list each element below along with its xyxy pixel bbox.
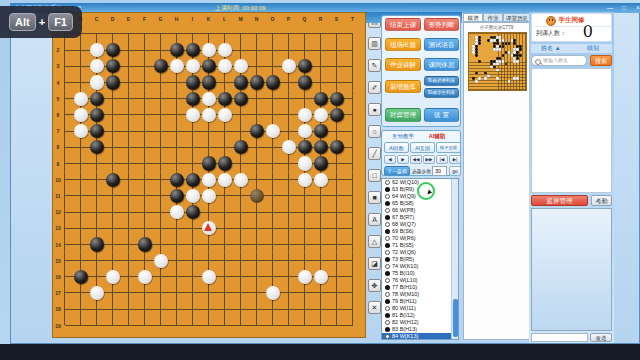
point-E15[interactable] (121, 253, 137, 269)
point-K17[interactable] (201, 285, 217, 301)
point-H11[interactable] (169, 188, 185, 204)
point-F4[interactable] (137, 74, 153, 90)
point-K10[interactable] (201, 172, 217, 188)
point-O11[interactable] (265, 188, 281, 204)
point-F14[interactable] (137, 236, 153, 252)
marker-icon[interactable]: ✐ (368, 81, 381, 94)
button-课间休息[interactable]: 课间休息 (424, 58, 459, 71)
point-I5[interactable] (185, 91, 201, 107)
point-S10[interactable] (329, 172, 345, 188)
tab-作业[interactable]: 作业 (483, 13, 503, 22)
point-N1[interactable] (249, 26, 265, 42)
move-item-65[interactable]: 65 B(S8) (382, 200, 458, 207)
point-H9[interactable] (169, 155, 185, 171)
point-K19[interactable] (201, 317, 217, 333)
open-folder-icon[interactable]: ▥ (368, 37, 381, 50)
point-S13[interactable] (329, 220, 345, 236)
tab-课堂历史[interactable]: 课堂历史 (503, 13, 531, 22)
point-H12[interactable] (169, 204, 185, 220)
point-H1[interactable] (169, 26, 185, 42)
point-P14[interactable] (281, 236, 297, 252)
button-测试语音[interactable]: 测试语音 (424, 38, 459, 51)
point-G14[interactable] (153, 236, 169, 252)
point-O19[interactable] (265, 317, 281, 333)
point-I3[interactable] (185, 58, 201, 74)
point-Q5[interactable] (297, 91, 313, 107)
point-E2[interactable] (121, 42, 137, 58)
point-B12[interactable] (73, 204, 89, 220)
point-H7[interactable] (169, 123, 185, 139)
move-item-83[interactable]: 83 B(H13) (382, 326, 458, 333)
point-Q3[interactable] (297, 58, 313, 74)
point-T7[interactable] (345, 123, 361, 139)
point-D17[interactable] (105, 285, 121, 301)
point-I15[interactable] (185, 253, 201, 269)
point-C15[interactable] (89, 253, 105, 269)
point-K12[interactable] (201, 204, 217, 220)
point-C18[interactable] (89, 301, 105, 317)
move-list[interactable]: 62 W(Q10)63 B(R9)64 W(Q9)65 B(S8)66 W(P8… (381, 178, 459, 340)
point-R8[interactable] (313, 139, 329, 155)
point-S11[interactable] (329, 188, 345, 204)
point-G16[interactable] (153, 269, 169, 285)
point-C3[interactable] (89, 58, 105, 74)
point-C6[interactable] (89, 107, 105, 123)
tab-棋谱[interactable]: 棋谱 (463, 13, 483, 22)
point-G19[interactable] (153, 317, 169, 333)
point-K5[interactable] (201, 91, 217, 107)
point-O7[interactable] (265, 123, 281, 139)
point-M1[interactable] (233, 26, 249, 42)
point-G7[interactable] (153, 123, 169, 139)
go-board[interactable]: ABCDEFGHIKLMNOPQRST 12345678910111213141… (52, 12, 366, 338)
point-P17[interactable] (281, 285, 297, 301)
point-S3[interactable] (329, 58, 345, 74)
point-K8[interactable] (201, 139, 217, 155)
point-O9[interactable] (265, 155, 281, 171)
point-S12[interactable] (329, 204, 345, 220)
filled-rect-icon[interactable]: ■ (368, 191, 381, 204)
button-现场出题[interactable]: 现场出题 (385, 38, 421, 51)
point-E5[interactable] (121, 91, 137, 107)
black-stone-icon[interactable]: ● (368, 103, 381, 116)
move-item-69[interactable]: 69 B(S6) (382, 228, 458, 235)
point-G9[interactable] (153, 155, 169, 171)
point-P11[interactable] (281, 188, 297, 204)
point-Q4[interactable] (297, 74, 313, 90)
point-R19[interactable] (313, 317, 329, 333)
point-A13[interactable] (57, 220, 73, 236)
point-H5[interactable] (169, 91, 185, 107)
point-O18[interactable] (265, 301, 281, 317)
line-icon[interactable]: ╱ (368, 147, 381, 160)
point-E17[interactable] (121, 285, 137, 301)
triangle-icon[interactable]: △ (368, 235, 381, 248)
point-L17[interactable] (217, 285, 233, 301)
point-C12[interactable] (89, 204, 105, 220)
point-K4[interactable] (201, 74, 217, 90)
point-D18[interactable] (105, 301, 121, 317)
point-E18[interactable] (121, 301, 137, 317)
nav-button-0[interactable]: ◀ (384, 155, 396, 164)
point-R18[interactable] (313, 301, 329, 317)
move-item-84[interactable]: 84 W(K13) (382, 333, 458, 340)
point-N18[interactable] (249, 301, 265, 317)
point-R6[interactable] (313, 107, 329, 123)
move-item-73[interactable]: 73 B(R5) (382, 256, 458, 263)
point-N6[interactable] (249, 107, 265, 123)
attendance-button[interactable]: 考勤 (591, 195, 612, 206)
point-I10[interactable] (185, 172, 201, 188)
point-F12[interactable] (137, 204, 153, 220)
point-D16[interactable] (105, 269, 121, 285)
point-P8[interactable] (281, 139, 297, 155)
screen-monitor-button[interactable]: 监屏管理 (531, 195, 588, 206)
point-A10[interactable] (57, 172, 73, 188)
point-G8[interactable] (153, 139, 169, 155)
point-K3[interactable] (201, 58, 217, 74)
point-F6[interactable] (137, 107, 153, 123)
point-H10[interactable] (169, 172, 185, 188)
point-T2[interactable] (345, 42, 361, 58)
point-M8[interactable] (233, 139, 249, 155)
point-E6[interactable] (121, 107, 137, 123)
point-M15[interactable] (233, 253, 249, 269)
point-E3[interactable] (121, 58, 137, 74)
move-item-76[interactable]: 76 W(L10) (382, 277, 458, 284)
point-T18[interactable] (345, 301, 361, 317)
point-H14[interactable] (169, 236, 185, 252)
point-T3[interactable] (345, 58, 361, 74)
point-B11[interactable] (73, 188, 89, 204)
nav-button-3[interactable]: ▶▶ (423, 155, 435, 164)
point-C4[interactable] (89, 74, 105, 90)
point-S9[interactable] (329, 155, 345, 171)
move-item-67[interactable]: 67 B(R7) (382, 214, 458, 221)
point-E14[interactable] (121, 236, 137, 252)
point-B10[interactable] (73, 172, 89, 188)
point-F19[interactable] (137, 317, 153, 333)
go-button[interactable]: go (449, 166, 461, 176)
point-F10[interactable] (137, 172, 153, 188)
point-D14[interactable] (105, 236, 121, 252)
point-E4[interactable] (121, 74, 137, 90)
point-B19[interactable] (73, 317, 89, 333)
move-item-82[interactable]: 82 W(H12) (382, 319, 458, 326)
point-L12[interactable] (217, 204, 233, 220)
point-O12[interactable] (265, 204, 281, 220)
point-L16[interactable] (217, 269, 233, 285)
point-G1[interactable] (153, 26, 169, 42)
point-N13[interactable] (249, 220, 265, 236)
point-T10[interactable] (345, 172, 361, 188)
button-AI目数[interactable]: AI目数 (384, 142, 409, 153)
point-H16[interactable] (169, 269, 185, 285)
point-A5[interactable] (57, 91, 73, 107)
point-K7[interactable] (201, 123, 217, 139)
point-N2[interactable] (249, 42, 265, 58)
point-A14[interactable] (57, 236, 73, 252)
point-K1[interactable] (201, 26, 217, 42)
point-I14[interactable] (185, 236, 201, 252)
point-B18[interactable] (73, 301, 89, 317)
move-item-74[interactable]: 74 W(K10) (382, 263, 458, 270)
point-T8[interactable] (345, 139, 361, 155)
move-item-70[interactable]: 70 W(R6) (382, 235, 458, 242)
point-K14[interactable] (201, 236, 217, 252)
point-E13[interactable] (121, 220, 137, 236)
point-N3[interactable] (249, 58, 265, 74)
move-item-71[interactable]: 71 B(S5) (382, 242, 458, 249)
point-T9[interactable] (345, 155, 361, 171)
point-R1[interactable] (313, 26, 329, 42)
button-对弈管理[interactable]: 对弈管理 (385, 108, 421, 122)
point-F1[interactable] (137, 26, 153, 42)
point-R2[interactable] (313, 42, 329, 58)
point-G6[interactable] (153, 107, 169, 123)
point-N12[interactable] (249, 204, 265, 220)
point-T11[interactable] (345, 188, 361, 204)
point-G12[interactable] (153, 204, 169, 220)
point-B8[interactable] (73, 139, 89, 155)
point-G4[interactable] (153, 74, 169, 90)
point-B9[interactable] (73, 155, 89, 171)
point-S17[interactable] (329, 285, 345, 301)
point-D15[interactable] (105, 253, 121, 269)
point-L5[interactable] (217, 91, 233, 107)
point-P5[interactable] (281, 91, 297, 107)
point-F17[interactable] (137, 285, 153, 301)
point-F15[interactable] (137, 253, 153, 269)
point-D11[interactable] (105, 188, 121, 204)
point-F8[interactable] (137, 139, 153, 155)
point-R3[interactable] (313, 58, 329, 74)
point-E7[interactable] (121, 123, 137, 139)
point-T12[interactable] (345, 204, 361, 220)
point-I16[interactable] (185, 269, 201, 285)
point-E10[interactable] (121, 172, 137, 188)
board-grid[interactable] (57, 26, 361, 334)
point-G5[interactable] (153, 91, 169, 107)
point-L2[interactable] (217, 42, 233, 58)
point-C8[interactable] (89, 139, 105, 155)
point-K13[interactable] (201, 220, 217, 236)
point-T16[interactable] (345, 269, 361, 285)
point-Q17[interactable] (297, 285, 313, 301)
point-N11[interactable] (249, 188, 265, 204)
point-H2[interactable] (169, 42, 185, 58)
point-A2[interactable] (57, 42, 73, 58)
move-item-68[interactable]: 68 W(Q7) (382, 221, 458, 228)
point-A4[interactable] (57, 74, 73, 90)
point-R7[interactable] (313, 123, 329, 139)
point-R15[interactable] (313, 253, 329, 269)
point-B5[interactable] (73, 91, 89, 107)
point-D3[interactable] (105, 58, 121, 74)
point-F2[interactable] (137, 42, 153, 58)
nav-button-4[interactable]: |◀ (436, 155, 448, 164)
point-O4[interactable] (265, 74, 281, 90)
point-C2[interactable] (89, 42, 105, 58)
point-C14[interactable] (89, 236, 105, 252)
point-I9[interactable] (185, 155, 201, 171)
button-AI支招[interactable]: AI支招 (410, 142, 435, 153)
next-game-button[interactable]: 下一盘棋 (384, 166, 410, 176)
point-E16[interactable] (121, 269, 137, 285)
eraser-icon[interactable]: ◪ (368, 257, 381, 270)
point-L4[interactable] (217, 74, 233, 90)
point-H3[interactable] (169, 58, 185, 74)
point-T19[interactable] (345, 317, 361, 333)
tab-互动教学[interactable]: 互动教学 (386, 132, 420, 141)
point-T13[interactable] (345, 220, 361, 236)
point-F18[interactable] (137, 301, 153, 317)
point-S2[interactable] (329, 42, 345, 58)
point-D12[interactable] (105, 204, 121, 220)
point-Q7[interactable] (297, 123, 313, 139)
point-C17[interactable] (89, 285, 105, 301)
point-L13[interactable] (217, 220, 233, 236)
point-N8[interactable] (249, 139, 265, 155)
point-D10[interactable] (105, 172, 121, 188)
point-L14[interactable] (217, 236, 233, 252)
point-B4[interactable] (73, 74, 89, 90)
move-list-scrollbar[interactable] (451, 179, 458, 339)
point-K6[interactable] (201, 107, 217, 123)
point-M5[interactable] (233, 91, 249, 107)
student-search-input[interactable]: 请输入姓名 (531, 55, 587, 66)
tab-AI辅助[interactable]: AI辅助 (424, 132, 450, 141)
point-Q8[interactable] (297, 139, 313, 155)
point-L1[interactable] (217, 26, 233, 42)
nav-button-5[interactable]: ▶| (449, 155, 461, 164)
point-D6[interactable] (105, 107, 121, 123)
point-Q10[interactable] (297, 172, 313, 188)
point-P10[interactable] (281, 172, 297, 188)
point-F3[interactable] (137, 58, 153, 74)
send-button[interactable]: 发送 (590, 333, 612, 342)
point-C1[interactable] (89, 26, 105, 42)
point-O8[interactable] (265, 139, 281, 155)
point-M4[interactable] (233, 74, 249, 90)
point-R13[interactable] (313, 220, 329, 236)
letter-icon[interactable]: A (368, 213, 381, 226)
point-L9[interactable] (217, 155, 233, 171)
white-stone-icon[interactable]: ○ (368, 125, 381, 138)
move-item-75[interactable]: 75 B(I10) (382, 270, 458, 277)
point-S8[interactable] (329, 139, 345, 155)
clear-icon[interactable]: ✕ (368, 301, 381, 314)
point-E12[interactable] (121, 204, 137, 220)
point-M14[interactable] (233, 236, 249, 252)
point-L11[interactable] (217, 188, 233, 204)
point-N19[interactable] (249, 317, 265, 333)
point-A18[interactable] (57, 301, 73, 317)
point-N4[interactable] (249, 74, 265, 90)
rect-icon[interactable]: □ (368, 169, 381, 182)
student-search-button[interactable]: 搜索 (590, 55, 612, 66)
point-D8[interactable] (105, 139, 121, 155)
point-N14[interactable] (249, 236, 265, 252)
point-B3[interactable] (73, 58, 89, 74)
point-A3[interactable] (57, 58, 73, 74)
point-F13[interactable] (137, 220, 153, 236)
move-item-79[interactable]: 79 B(H11) (382, 298, 458, 305)
button-棋子去留[interactable]: 棋子去留 (436, 142, 461, 153)
point-P1[interactable] (281, 26, 297, 42)
point-O16[interactable] (265, 269, 281, 285)
point-Q6[interactable] (297, 107, 313, 123)
point-B14[interactable] (73, 236, 89, 252)
point-B2[interactable] (73, 42, 89, 58)
point-M7[interactable] (233, 123, 249, 139)
point-K11[interactable] (201, 188, 217, 204)
point-O13[interactable] (265, 220, 281, 236)
point-C9[interactable] (89, 155, 105, 171)
point-L15[interactable] (217, 253, 233, 269)
point-T4[interactable] (345, 74, 361, 90)
point-B15[interactable] (73, 253, 89, 269)
point-T5[interactable] (345, 91, 361, 107)
point-O14[interactable] (265, 236, 281, 252)
point-K2[interactable] (201, 42, 217, 58)
button-作业讲解[interactable]: 作业讲解 (385, 58, 421, 71)
point-M18[interactable] (233, 301, 249, 317)
point-S18[interactable] (329, 301, 345, 317)
point-C13[interactable] (89, 220, 105, 236)
point-P9[interactable] (281, 155, 297, 171)
point-R17[interactable] (313, 285, 329, 301)
point-I7[interactable] (185, 123, 201, 139)
point-C16[interactable] (89, 269, 105, 285)
maximize-button[interactable]: □ (618, 3, 630, 13)
point-D7[interactable] (105, 123, 121, 139)
point-O6[interactable] (265, 107, 281, 123)
point-F5[interactable] (137, 91, 153, 107)
step-spinner[interactable]: 30 (432, 166, 447, 176)
point-Q12[interactable] (297, 204, 313, 220)
point-Q16[interactable] (297, 269, 313, 285)
point-I18[interactable] (185, 301, 201, 317)
point-R16[interactable] (313, 269, 329, 285)
button-结束上课[interactable]: 结束上课 (385, 18, 421, 31)
point-H19[interactable] (169, 317, 185, 333)
point-K16[interactable] (201, 269, 217, 285)
hand-icon[interactable]: ✥ (368, 279, 381, 292)
point-O1[interactable] (265, 26, 281, 42)
point-N16[interactable] (249, 269, 265, 285)
point-R5[interactable] (313, 91, 329, 107)
point-L3[interactable] (217, 58, 233, 74)
point-S6[interactable] (329, 107, 345, 123)
point-R11[interactable] (313, 188, 329, 204)
point-M11[interactable] (233, 188, 249, 204)
point-N7[interactable] (249, 123, 265, 139)
point-H6[interactable] (169, 107, 185, 123)
point-G3[interactable] (153, 58, 169, 74)
chat-input[interactable] (531, 333, 588, 342)
point-C11[interactable] (89, 188, 105, 204)
point-M17[interactable] (233, 285, 249, 301)
point-A15[interactable] (57, 253, 73, 269)
point-C5[interactable] (89, 91, 105, 107)
point-A11[interactable] (57, 188, 73, 204)
point-I1[interactable] (185, 26, 201, 42)
point-Q14[interactable] (297, 236, 313, 252)
point-F11[interactable] (137, 188, 153, 204)
point-N10[interactable] (249, 172, 265, 188)
move-item-77[interactable]: 77 B(H10) (382, 284, 458, 291)
